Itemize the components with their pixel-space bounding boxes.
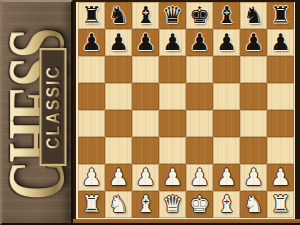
square-c1[interactable]: ♝ <box>132 191 159 218</box>
square-h8[interactable]: ♜ <box>267 2 294 29</box>
black-pawn: ♟ <box>267 29 294 56</box>
black-queen: ♛ <box>159 2 186 29</box>
square-g6[interactable] <box>240 56 267 83</box>
square-g8[interactable]: ♞ <box>240 2 267 29</box>
white-rook: ♜ <box>267 191 294 218</box>
white-rook: ♜ <box>78 191 105 218</box>
square-c3[interactable] <box>132 137 159 164</box>
white-pawn: ♟ <box>132 164 159 191</box>
white-king: ♚ <box>186 191 213 218</box>
square-h7[interactable]: ♟ <box>267 29 294 56</box>
square-e5[interactable] <box>186 83 213 110</box>
white-pawn: ♟ <box>186 164 213 191</box>
square-d6[interactable] <box>159 56 186 83</box>
black-pawn: ♟ <box>105 29 132 56</box>
white-bishop: ♝ <box>213 191 240 218</box>
game-subtitle: CLASSIC <box>44 65 62 149</box>
square-b1[interactable]: ♞ <box>105 191 132 218</box>
board-frame: ♜♞♝♛♚♝♞♜♟♟♟♟♟♟♟♟♟♟♟♟♟♟♟♟♜♞♝♛♚♝♞♜ <box>73 0 300 225</box>
square-a6[interactable] <box>78 56 105 83</box>
square-e3[interactable] <box>186 137 213 164</box>
black-pawn: ♟ <box>132 29 159 56</box>
square-c7[interactable]: ♟ <box>132 29 159 56</box>
white-pawn: ♟ <box>78 164 105 191</box>
square-g2[interactable]: ♟ <box>240 164 267 191</box>
white-queen: ♛ <box>159 191 186 218</box>
square-h6[interactable] <box>267 56 294 83</box>
square-f5[interactable] <box>213 83 240 110</box>
square-g7[interactable]: ♟ <box>240 29 267 56</box>
square-b2[interactable]: ♟ <box>105 164 132 191</box>
square-b5[interactable] <box>105 83 132 110</box>
black-king: ♚ <box>186 2 213 29</box>
square-f7[interactable]: ♟ <box>213 29 240 56</box>
square-d2[interactable]: ♟ <box>159 164 186 191</box>
black-rook: ♜ <box>267 2 294 29</box>
square-b3[interactable] <box>105 137 132 164</box>
square-c2[interactable]: ♟ <box>132 164 159 191</box>
black-knight: ♞ <box>240 2 267 29</box>
white-pawn: ♟ <box>213 164 240 191</box>
square-d5[interactable] <box>159 83 186 110</box>
square-a4[interactable] <box>78 110 105 137</box>
square-e8[interactable]: ♚ <box>186 2 213 29</box>
square-e1[interactable]: ♚ <box>186 191 213 218</box>
square-c6[interactable] <box>132 56 159 83</box>
square-c4[interactable] <box>132 110 159 137</box>
white-knight: ♞ <box>105 191 132 218</box>
square-c8[interactable]: ♝ <box>132 2 159 29</box>
square-a2[interactable]: ♟ <box>78 164 105 191</box>
square-g5[interactable] <box>240 83 267 110</box>
square-a1[interactable]: ♜ <box>78 191 105 218</box>
square-b8[interactable]: ♞ <box>105 2 132 29</box>
black-pawn: ♟ <box>240 29 267 56</box>
black-pawn: ♟ <box>213 29 240 56</box>
square-e6[interactable] <box>186 56 213 83</box>
white-bishop: ♝ <box>132 191 159 218</box>
square-b7[interactable]: ♟ <box>105 29 132 56</box>
square-d3[interactable] <box>159 137 186 164</box>
square-a8[interactable]: ♜ <box>78 2 105 29</box>
square-h5[interactable] <box>267 83 294 110</box>
square-a5[interactable] <box>78 83 105 110</box>
square-f8[interactable]: ♝ <box>213 2 240 29</box>
square-c5[interactable] <box>132 83 159 110</box>
black-bishop: ♝ <box>132 2 159 29</box>
square-a7[interactable]: ♟ <box>78 29 105 56</box>
square-g1[interactable]: ♞ <box>240 191 267 218</box>
square-a3[interactable] <box>78 137 105 164</box>
square-g4[interactable] <box>240 110 267 137</box>
square-h3[interactable] <box>267 137 294 164</box>
white-knight: ♞ <box>240 191 267 218</box>
square-f1[interactable]: ♝ <box>213 191 240 218</box>
square-f2[interactable]: ♟ <box>213 164 240 191</box>
black-bishop: ♝ <box>213 2 240 29</box>
square-e4[interactable] <box>186 110 213 137</box>
square-d1[interactable]: ♛ <box>159 191 186 218</box>
square-h1[interactable]: ♜ <box>267 191 294 218</box>
black-knight: ♞ <box>105 2 132 29</box>
board-frame-bottom <box>73 219 300 225</box>
game-window: CHESS CLASSIC ♜♞♝♛♚♝♞♜♟♟♟♟♟♟♟♟♟♟♟♟♟♟♟♟♜♞… <box>0 0 300 225</box>
square-d7[interactable]: ♟ <box>159 29 186 56</box>
square-b4[interactable] <box>105 110 132 137</box>
square-f3[interactable] <box>213 137 240 164</box>
game-subtitle-badge: CLASSIC <box>40 48 67 166</box>
sidebar-logo-panel: CHESS CLASSIC <box>0 0 73 225</box>
square-h4[interactable] <box>267 110 294 137</box>
white-pawn: ♟ <box>159 164 186 191</box>
square-h2[interactable]: ♟ <box>267 164 294 191</box>
black-pawn: ♟ <box>159 29 186 56</box>
square-b6[interactable] <box>105 56 132 83</box>
black-pawn: ♟ <box>186 29 213 56</box>
black-rook: ♜ <box>78 2 105 29</box>
white-pawn: ♟ <box>105 164 132 191</box>
white-pawn: ♟ <box>240 164 267 191</box>
square-f6[interactable] <box>213 56 240 83</box>
square-e7[interactable]: ♟ <box>186 29 213 56</box>
square-d8[interactable]: ♛ <box>159 2 186 29</box>
chessboard: ♜♞♝♛♚♝♞♜♟♟♟♟♟♟♟♟♟♟♟♟♟♟♟♟♜♞♝♛♚♝♞♜ <box>76 2 295 219</box>
square-f4[interactable] <box>213 110 240 137</box>
white-pawn: ♟ <box>267 164 294 191</box>
square-g3[interactable] <box>240 137 267 164</box>
square-d4[interactable] <box>159 110 186 137</box>
square-e2[interactable]: ♟ <box>186 164 213 191</box>
black-pawn: ♟ <box>78 29 105 56</box>
